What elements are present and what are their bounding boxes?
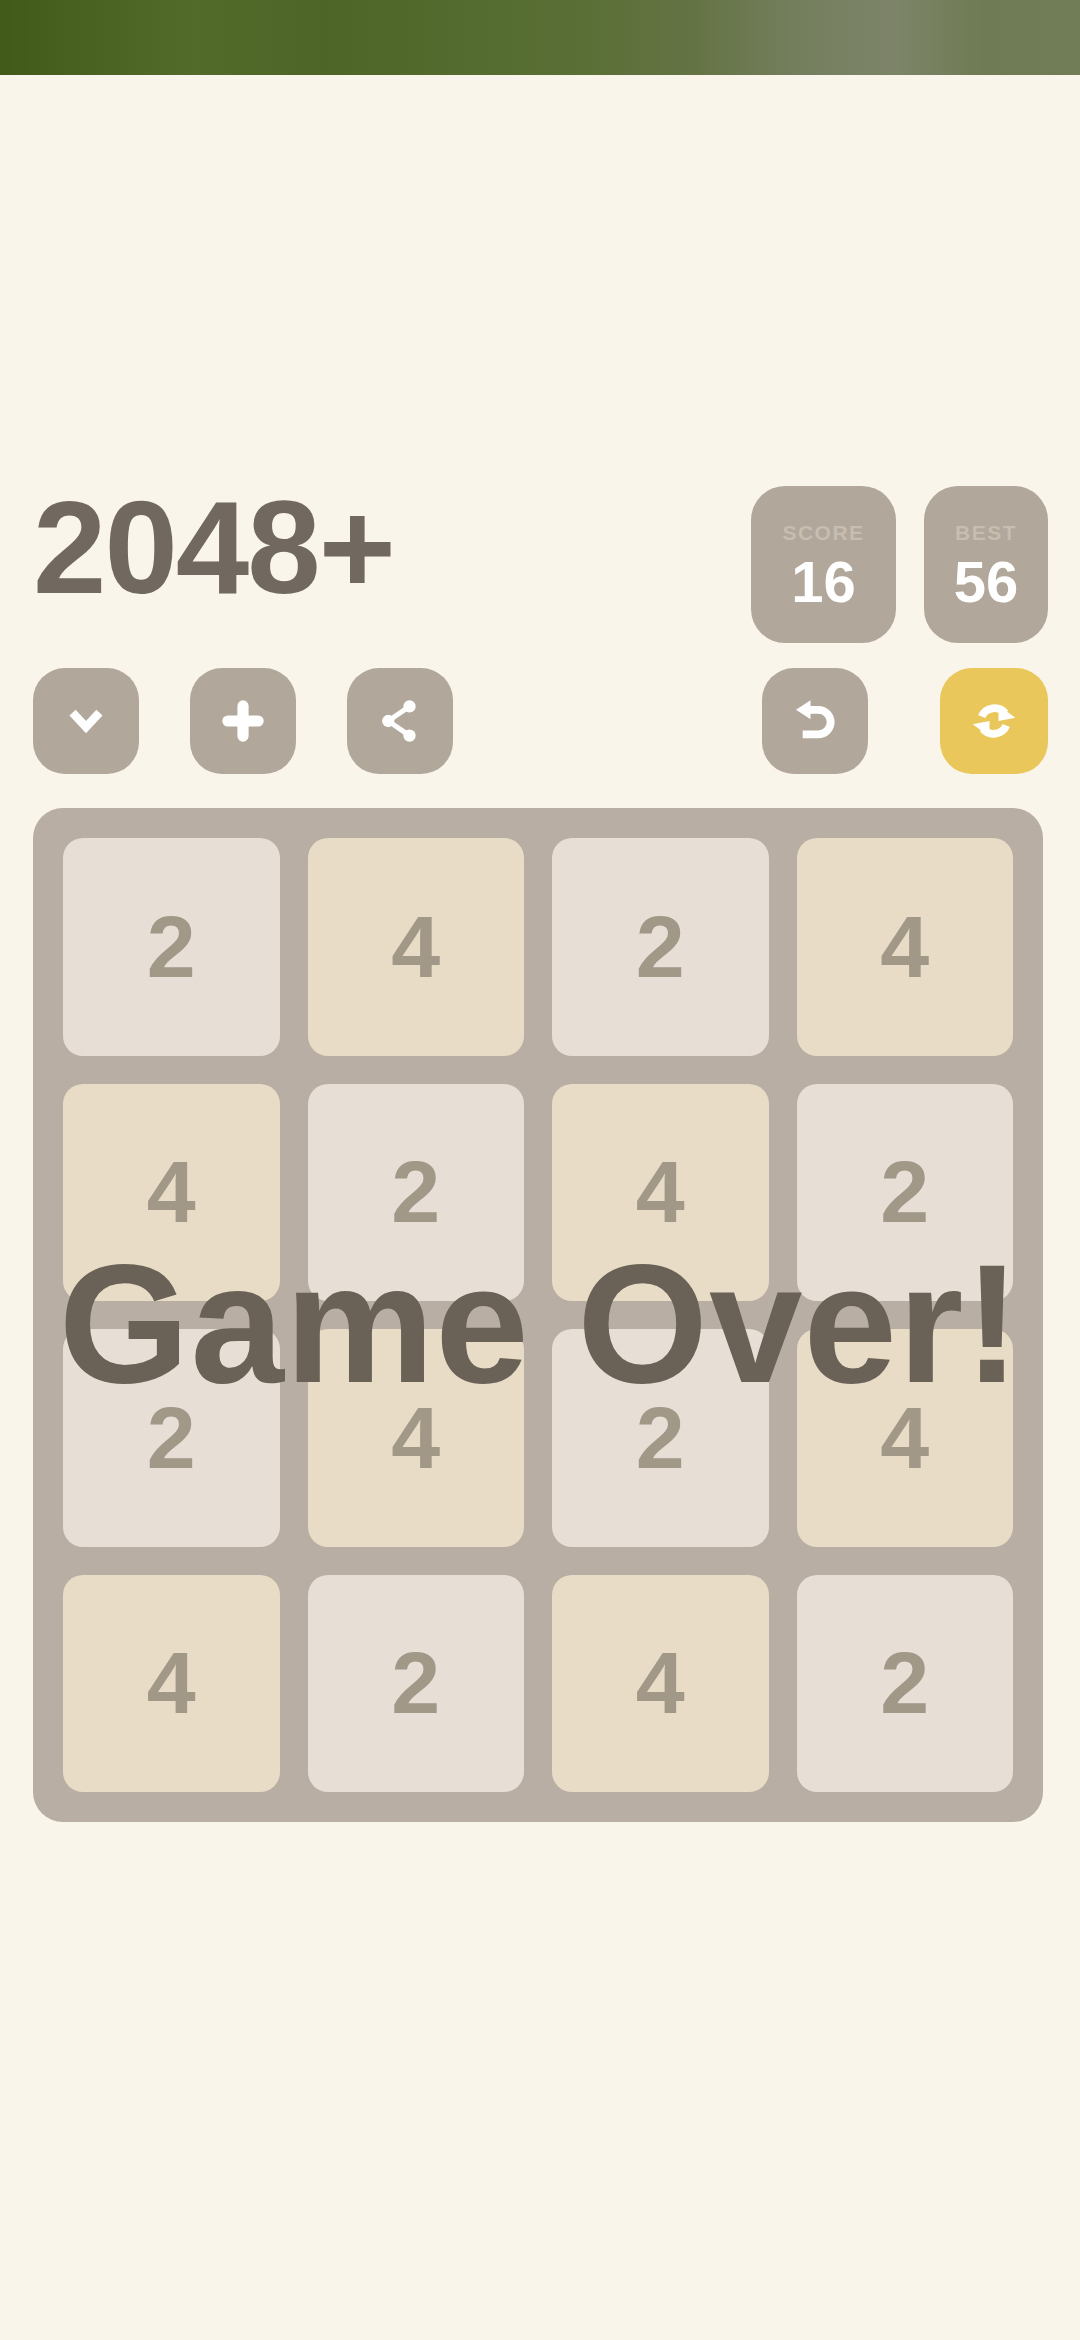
- tile-r3c4: 4: [797, 1329, 1014, 1547]
- share-icon: [372, 693, 428, 749]
- score-value: 16: [791, 553, 856, 611]
- scoreboard: SCORE 16 BEST 56: [751, 486, 1048, 641]
- tile-r4c3: 4: [552, 1575, 769, 1793]
- tile-r2c2: 2: [308, 1084, 525, 1302]
- tile-r1c2: 4: [308, 838, 525, 1056]
- tile-r4c1: 4: [63, 1575, 280, 1793]
- app-screen: 2048+ SCORE 16 BEST 56: [0, 0, 1080, 2340]
- tile-r4c4: 2: [797, 1575, 1014, 1793]
- score-box: SCORE 16: [751, 486, 896, 643]
- undo-button[interactable]: [762, 668, 868, 774]
- tile-r4c2: 2: [308, 1575, 525, 1793]
- tile-r2c1: 4: [63, 1084, 280, 1302]
- undo-icon: [787, 693, 843, 749]
- app-title: 2048+: [33, 470, 394, 625]
- share-button[interactable]: [347, 668, 453, 774]
- best-value: 56: [954, 553, 1019, 611]
- tile-r3c2: 4: [308, 1329, 525, 1547]
- tile-grid: 2424424224244242: [63, 838, 1013, 1792]
- score-label: SCORE: [782, 521, 864, 545]
- refresh-icon: [966, 693, 1022, 749]
- collapse-menu-button[interactable]: [33, 668, 139, 774]
- tile-r2c3: 4: [552, 1084, 769, 1302]
- tile-r3c1: 2: [63, 1329, 280, 1547]
- tile-r1c3: 2: [552, 838, 769, 1056]
- chevron-down-icon: [58, 693, 114, 749]
- best-box: BEST 56: [924, 486, 1048, 643]
- tile-r1c1: 2: [63, 838, 280, 1056]
- add-button[interactable]: [190, 668, 296, 774]
- tile-r3c3: 2: [552, 1329, 769, 1547]
- top-banner-image: [0, 0, 1080, 75]
- board[interactable]: 2424424224244242: [33, 808, 1043, 1822]
- restart-button[interactable]: [940, 668, 1048, 774]
- plus-icon: [215, 693, 271, 749]
- tile-r2c4: 2: [797, 1084, 1014, 1302]
- best-label: BEST: [955, 521, 1017, 545]
- tile-r1c4: 4: [797, 838, 1014, 1056]
